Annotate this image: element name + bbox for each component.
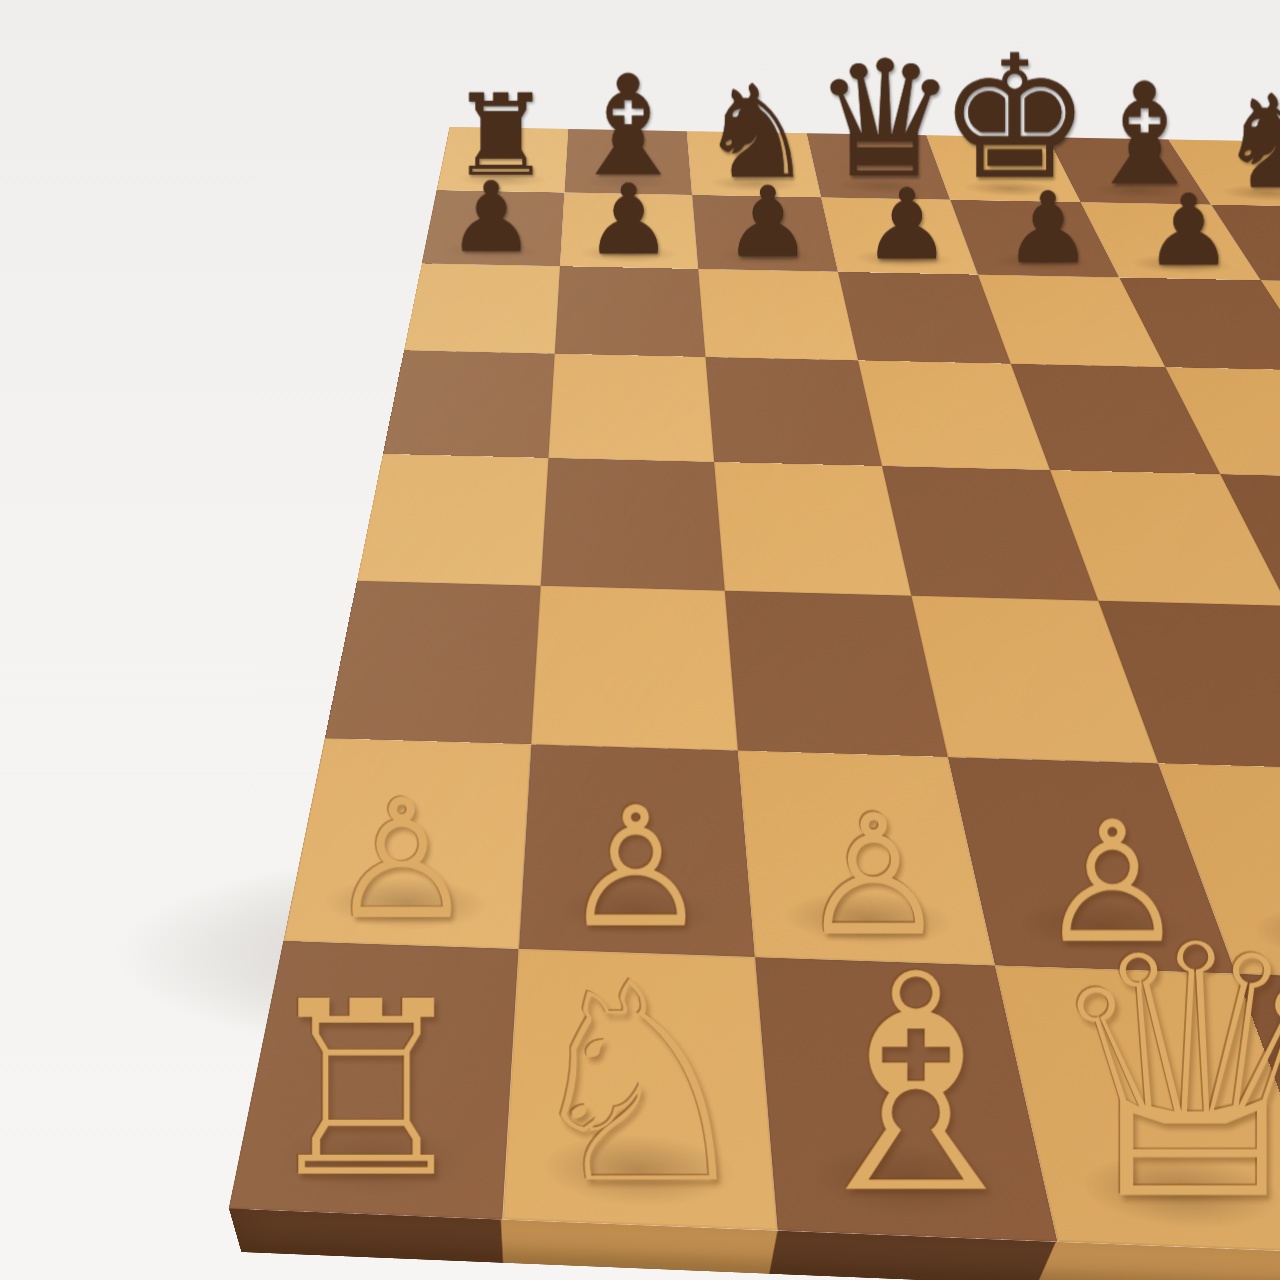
square-a1[interactable]: ♖ xyxy=(229,940,518,1219)
dark-pawn-c7[interactable]: ♟ xyxy=(724,176,812,269)
square-a3[interactable] xyxy=(325,580,540,744)
light-knight-b1[interactable]: ♘ xyxy=(516,956,763,1218)
square-b6[interactable] xyxy=(554,266,705,356)
square-d4[interactable] xyxy=(881,466,1098,600)
square-c3[interactable] xyxy=(725,590,947,757)
square-e4[interactable] xyxy=(1050,470,1280,605)
dark-pawn-e7[interactable]: ♟ xyxy=(1003,181,1091,274)
square-b5[interactable] xyxy=(548,353,714,461)
square-d5[interactable] xyxy=(858,360,1050,470)
square-c1[interactable]: ♗ xyxy=(755,956,1057,1241)
dark-pawn-a7[interactable]: ♟ xyxy=(447,171,534,263)
square-a6[interactable] xyxy=(404,263,560,353)
dark-pawn-b7[interactable]: ♟ xyxy=(585,173,672,266)
light-rook-a1[interactable]: ♖ xyxy=(258,977,474,1206)
dark-pawn-f7[interactable]: ♟ xyxy=(1144,183,1232,277)
square-c7[interactable]: ♟ xyxy=(692,195,838,272)
light-pawn-a2[interactable]: ♙ xyxy=(327,782,475,939)
square-b4[interactable] xyxy=(540,458,725,590)
square-a5[interactable] xyxy=(383,350,554,458)
square-b3[interactable] xyxy=(531,585,738,750)
square-b7[interactable]: ♟ xyxy=(560,192,699,269)
photo-scene: ♜♝♞♛♚♝♞♟♟♟♟♟♟♟♙♙♙♙♙♖♘♗♕ xyxy=(0,0,1280,1280)
square-c5[interactable] xyxy=(705,357,881,466)
square-b1[interactable]: ♘ xyxy=(502,948,778,1230)
piece-shadow xyxy=(1264,257,1280,278)
square-a2[interactable]: ♙ xyxy=(284,738,531,948)
light-queen-d1[interactable]: ♕ xyxy=(1039,909,1280,1240)
square-a4[interactable] xyxy=(357,454,548,585)
square-c6[interactable] xyxy=(698,269,857,360)
light-bishop-c1[interactable]: ♗ xyxy=(781,943,1050,1228)
dark-pawn-d7[interactable]: ♟ xyxy=(863,178,951,271)
square-a7[interactable]: ♟ xyxy=(422,190,564,266)
square-c4[interactable] xyxy=(714,462,911,595)
